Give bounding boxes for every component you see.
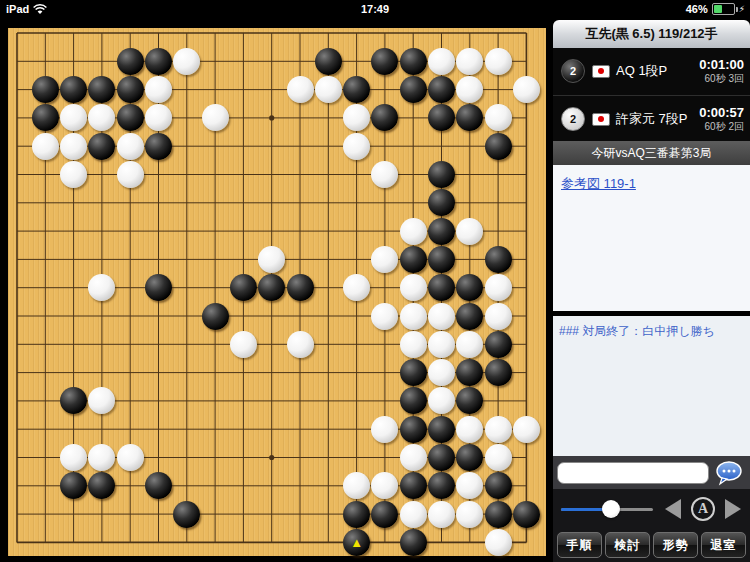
- black-stone: [400, 359, 427, 386]
- white-stone: [400, 331, 427, 358]
- white-stone: [145, 76, 172, 103]
- black-stone: [456, 303, 483, 330]
- auto-play-button[interactable]: A: [691, 497, 715, 521]
- white-stone: [485, 303, 512, 330]
- move-slider-band: A: [553, 489, 750, 528]
- black-stone: [485, 331, 512, 358]
- black-stone: [202, 303, 229, 330]
- white-stone: [400, 444, 427, 471]
- white-stone: [202, 104, 229, 131]
- black-stone: [400, 416, 427, 443]
- side-panel: 互先(黒 6.5) 119/212手 2 AQ 1段P 0:01:00 60秒 …: [553, 20, 750, 562]
- white-stone: [287, 331, 314, 358]
- black-stone: [428, 218, 455, 245]
- white-stone: [485, 104, 512, 131]
- black-stone: [32, 76, 59, 103]
- white-stone-badge: 2: [561, 107, 585, 131]
- black-stone: [400, 387, 427, 414]
- black-stone: [117, 104, 144, 131]
- black-stone: [343, 501, 370, 528]
- white-stone: [400, 218, 427, 245]
- black-stone: [428, 76, 455, 103]
- black-stone: [371, 501, 398, 528]
- white-stone: [32, 133, 59, 160]
- white-stone: [485, 416, 512, 443]
- black-stone-badge: 2: [561, 59, 585, 83]
- black-stone: [371, 48, 398, 75]
- status-bar: iPad 17:49 46% ⚡: [0, 0, 750, 20]
- black-stone: [400, 529, 427, 556]
- game-info-header: 互先(黒 6.5) 119/212手: [553, 20, 750, 48]
- white-stone: [428, 303, 455, 330]
- player-row-black: 2 AQ 1段P 0:01:00 60秒 3回: [553, 48, 750, 94]
- black-stone: [485, 359, 512, 386]
- chat-input-band: [553, 456, 750, 489]
- white-stone: [400, 303, 427, 330]
- next-move-button[interactable]: [725, 499, 741, 519]
- black-stone: [343, 529, 370, 556]
- players-section: 2 AQ 1段P 0:01:00 60秒 3回 2 許家元 7段P 0:00:5…: [553, 48, 750, 141]
- white-stone: [428, 501, 455, 528]
- black-stone: [117, 48, 144, 75]
- move-slider[interactable]: [561, 500, 653, 518]
- black-stone: [428, 161, 455, 188]
- black-stone: [315, 48, 342, 75]
- white-clock: 0:00:57: [699, 105, 744, 121]
- black-stone: [88, 133, 115, 160]
- black-stone: [287, 274, 314, 301]
- white-stone: [485, 48, 512, 75]
- bottom-button-bar: 手順 検討 形勢 退室: [553, 528, 750, 562]
- black-stone: [485, 501, 512, 528]
- player-name-black: AQ 1段P: [616, 62, 699, 80]
- white-stone: [173, 48, 200, 75]
- white-stone: [117, 444, 144, 471]
- white-stone: [456, 416, 483, 443]
- chat-input[interactable]: [557, 462, 709, 484]
- black-stone: [32, 104, 59, 131]
- white-stone: [456, 48, 483, 75]
- white-stone: [428, 331, 455, 358]
- white-stone: [513, 76, 540, 103]
- info-panel: 参考図 119-1: [553, 165, 750, 311]
- white-stone: [371, 303, 398, 330]
- white-stone: [513, 416, 540, 443]
- review-button[interactable]: 検討: [605, 532, 650, 558]
- black-stone: [428, 444, 455, 471]
- white-stone: [485, 444, 512, 471]
- black-stone: [485, 246, 512, 273]
- white-stone: [485, 274, 512, 301]
- black-stone: [145, 274, 172, 301]
- white-stone: [428, 48, 455, 75]
- white-stone: [60, 444, 87, 471]
- white-stone: [230, 331, 257, 358]
- player-name-white: 許家元 7段P: [616, 110, 699, 128]
- white-stone: [343, 133, 370, 160]
- send-chat-bubble-icon[interactable]: [714, 460, 744, 486]
- match-title-bar: 今研vsAQ三番碁第3局: [553, 141, 750, 165]
- previous-move-button[interactable]: [665, 499, 681, 519]
- white-stone: [117, 133, 144, 160]
- black-stone: [428, 416, 455, 443]
- white-stone: [60, 133, 87, 160]
- white-stone: [400, 501, 427, 528]
- go-board[interactable]: ▲: [8, 28, 546, 556]
- japan-flag-icon: [592, 65, 610, 78]
- black-stone: [428, 246, 455, 273]
- black-stone: [117, 76, 144, 103]
- black-stone: [343, 76, 370, 103]
- black-stone: [428, 274, 455, 301]
- estimate-button[interactable]: 形勢: [653, 532, 698, 558]
- black-stone: [173, 501, 200, 528]
- chat-panel: ### 対局終了：白中押し勝ち: [553, 316, 750, 456]
- white-stone: [485, 529, 512, 556]
- black-clock: 0:01:00: [699, 57, 744, 73]
- black-stone: [60, 76, 87, 103]
- black-byoyomi: 60秒 3回: [699, 73, 744, 86]
- leave-room-button[interactable]: 退室: [701, 532, 746, 558]
- white-stone: [371, 416, 398, 443]
- white-stone: [117, 161, 144, 188]
- black-stone: [400, 76, 427, 103]
- chat-message: ### 対局終了：白中押し勝ち: [559, 323, 750, 340]
- moves-button[interactable]: 手順: [557, 532, 602, 558]
- black-stone: [400, 246, 427, 273]
- black-stone: [145, 48, 172, 75]
- app-screen: iPad 17:49 46% ⚡ ▲ 互先(黒 6.5) 119/212手 2: [0, 0, 750, 562]
- black-stone: [400, 48, 427, 75]
- black-stone: [513, 501, 540, 528]
- player-row-white: 2 許家元 7段P 0:00:57 60秒 2回: [553, 95, 750, 142]
- black-stone: [485, 472, 512, 499]
- reference-diagram-link[interactable]: 参考図 119-1: [561, 175, 636, 193]
- white-stone: [400, 274, 427, 301]
- battery-percent: 46%: [686, 3, 708, 15]
- white-stone: [258, 246, 285, 273]
- black-stone: [145, 133, 172, 160]
- clock-time: 17:49: [0, 3, 750, 15]
- battery-icon: [712, 3, 735, 15]
- white-stone: [456, 218, 483, 245]
- white-stone: [456, 501, 483, 528]
- white-byoyomi: 60秒 2回: [699, 121, 744, 134]
- white-stone: [60, 161, 87, 188]
- white-stone: [287, 76, 314, 103]
- white-stone: [456, 331, 483, 358]
- charging-bolt-icon: ⚡: [739, 4, 745, 14]
- black-stone: [400, 472, 427, 499]
- white-stone: [428, 359, 455, 386]
- black-stone: [230, 274, 257, 301]
- black-stone: [485, 133, 512, 160]
- japan-flag-icon: [592, 113, 610, 126]
- white-stone: [315, 76, 342, 103]
